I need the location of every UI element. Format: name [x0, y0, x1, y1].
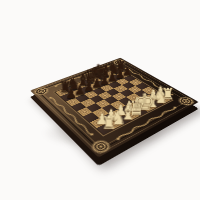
white-rook[interactable]: ♜: [95, 115, 123, 133]
black-pawn[interactable]: ♟: [59, 87, 83, 100]
square-a7[interactable]: ♟: [61, 93, 75, 101]
product-photo-canvas: ♜♞♝♛♚♝♞♜♟♟♟♟♟♟♟♟♟♟♟♟♟♟♟♟♜♞♝♛♚♝♞♜: [0, 0, 200, 200]
